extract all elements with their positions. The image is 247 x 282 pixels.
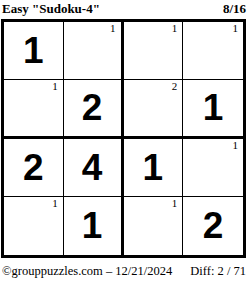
pencil-mark: 2 bbox=[172, 81, 178, 92]
cell-value: 2 bbox=[23, 149, 44, 186]
cell-r3c1[interactable]: 2 bbox=[4, 139, 64, 197]
cell-r3c3[interactable]: 1 bbox=[124, 139, 184, 197]
pencil-mark: 1 bbox=[52, 198, 58, 209]
cell-r3c2[interactable]: 4 bbox=[64, 139, 124, 197]
cell-value: 2 bbox=[203, 207, 224, 244]
header: Easy "Sudoku-4" 8/16 bbox=[2, 1, 246, 16]
pencil-mark: 1 bbox=[172, 198, 178, 209]
pencil-mark: 1 bbox=[233, 140, 239, 151]
cell-value: 1 bbox=[82, 207, 103, 244]
cell-r2c1[interactable]: 1 bbox=[4, 80, 64, 138]
pencil-mark: 1 bbox=[52, 81, 58, 92]
cell-r2c2[interactable]: 2 bbox=[64, 80, 124, 138]
cell-r4c2[interactable]: 1 bbox=[64, 197, 124, 255]
difficulty-rating: Diff: 2 / 71 bbox=[190, 264, 246, 279]
puzzle-title: Easy "Sudoku-4" bbox=[2, 1, 100, 16]
cell-r1c4[interactable]: 1 bbox=[183, 22, 243, 80]
cell-r4c4[interactable]: 2 bbox=[183, 197, 243, 255]
cell-r1c3[interactable]: 1 bbox=[124, 22, 184, 80]
cell-r1c1[interactable]: 1 bbox=[4, 22, 64, 80]
cell-value: 4 bbox=[82, 149, 103, 186]
filled-count-badge: 8/16 bbox=[223, 1, 246, 16]
pencil-mark: 1 bbox=[110, 23, 116, 34]
cell-value: 1 bbox=[23, 32, 44, 69]
cell-r2c4[interactable]: 1 bbox=[183, 80, 243, 138]
cell-value: 1 bbox=[203, 89, 224, 126]
pencil-mark: 1 bbox=[233, 23, 239, 34]
cell-r2c3[interactable]: 2 bbox=[124, 80, 184, 138]
copyright-date: ©grouppuzzles.com – 12/21/2024 bbox=[2, 264, 172, 279]
cell-value: 1 bbox=[143, 149, 164, 186]
sudoku-board: 1 1 1 1 1 2 2 1 bbox=[1, 19, 246, 258]
pencil-mark: 1 bbox=[172, 23, 178, 34]
cell-r4c3[interactable]: 1 bbox=[124, 197, 184, 255]
cell-value: 2 bbox=[82, 89, 103, 126]
cell-r1c2[interactable]: 1 bbox=[64, 22, 124, 80]
puzzle-page: Easy "Sudoku-4" 8/16 1 1 1 1 1 2 2 bbox=[0, 0, 247, 282]
footer: ©grouppuzzles.com – 12/21/2024 Diff: 2 /… bbox=[2, 264, 246, 279]
cell-r4c1[interactable]: 1 bbox=[4, 197, 64, 255]
cell-r3c4[interactable]: 1 bbox=[183, 139, 243, 197]
